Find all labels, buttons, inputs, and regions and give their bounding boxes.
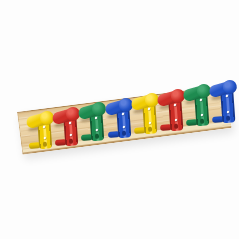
screw-icon <box>43 137 46 140</box>
hook-slot <box>43 142 47 147</box>
hook-mount-body <box>194 95 209 127</box>
screw-icon <box>226 95 229 98</box>
screw-icon <box>69 121 72 124</box>
hook-slot <box>174 123 178 128</box>
screw-icon <box>175 118 178 121</box>
hook-slot <box>226 116 230 121</box>
hook-slot <box>95 134 99 139</box>
screw-icon <box>43 126 46 129</box>
screw-icon <box>122 126 125 129</box>
hook-mount-body <box>221 90 236 123</box>
coat-hook-8-blue <box>209 80 239 124</box>
screw-icon <box>201 114 204 117</box>
screw-icon <box>147 108 150 111</box>
hook-slot <box>121 131 125 136</box>
product-photo-coat-rack <box>0 0 239 239</box>
hook-slot <box>200 119 204 124</box>
hooks-layer <box>0 0 239 239</box>
screw-icon <box>96 129 99 132</box>
hook-slot <box>69 138 73 143</box>
screw-icon <box>148 122 151 125</box>
screw-icon <box>95 117 98 120</box>
screw-icon <box>121 112 124 115</box>
hook-slot <box>148 127 152 132</box>
screw-icon <box>174 104 177 107</box>
screw-icon <box>70 133 73 136</box>
screw-icon <box>200 99 203 102</box>
screw-icon <box>227 111 230 114</box>
